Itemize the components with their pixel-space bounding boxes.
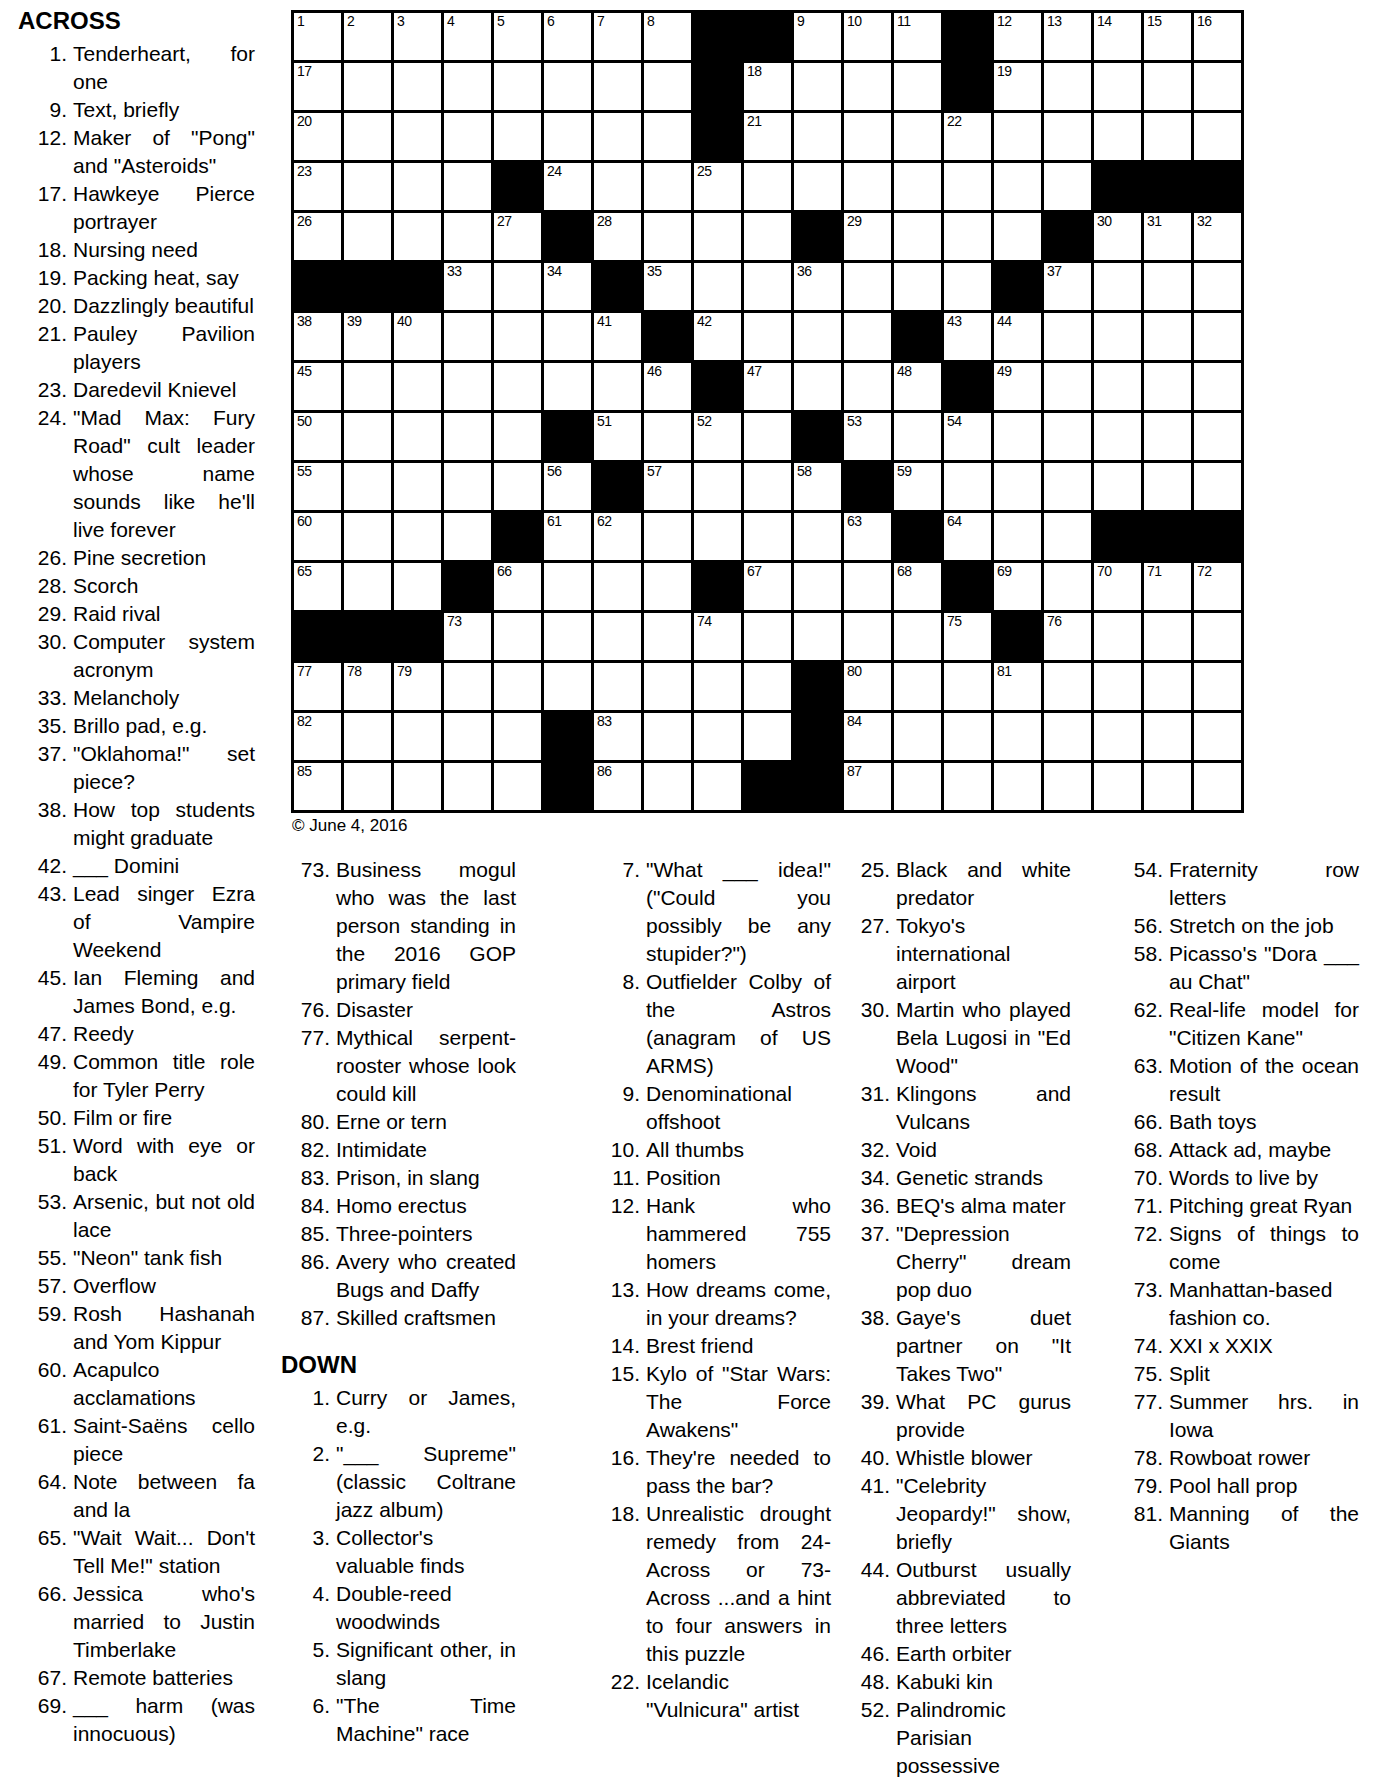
grid-cell[interactable] — [444, 363, 491, 410]
grid-cell[interactable] — [1094, 363, 1141, 410]
grid-cell[interactable] — [944, 663, 991, 710]
grid-cell[interactable] — [1144, 763, 1191, 810]
black-square — [994, 613, 1041, 660]
grid-cell[interactable]: 29 — [844, 213, 891, 260]
clue-number: 61. — [15, 1412, 73, 1440]
grid-cell[interactable] — [894, 213, 941, 260]
grid-cell[interactable] — [1044, 163, 1091, 210]
grid-cell[interactable] — [594, 113, 641, 160]
clue-down-72: 72.Signs of things to come — [1111, 1220, 1359, 1276]
grid-cell[interactable] — [494, 713, 541, 760]
grid-cell[interactable]: 37 — [1044, 263, 1091, 310]
grid-cell[interactable]: 41 — [594, 313, 641, 360]
grid-cell[interactable]: 27 — [494, 213, 541, 260]
grid-cell[interactable] — [494, 763, 541, 810]
grid-cell[interactable]: 67 — [744, 563, 791, 610]
grid-cell[interactable]: 87 — [844, 763, 891, 810]
grid-cell[interactable] — [1094, 463, 1141, 510]
grid-cell[interactable] — [444, 713, 491, 760]
grid-cell[interactable]: 64 — [944, 513, 991, 560]
grid-cell[interactable] — [344, 463, 391, 510]
grid-cell[interactable] — [1194, 313, 1241, 360]
grid-cell[interactable] — [544, 663, 591, 710]
clue-text: Saint-Saëns cello piece — [73, 1412, 255, 1468]
grid-cell[interactable]: 49 — [994, 363, 1041, 410]
grid-cell[interactable] — [344, 163, 391, 210]
grid-cell[interactable] — [1094, 763, 1141, 810]
clue-text: Scorch — [73, 572, 255, 600]
grid-cell[interactable] — [594, 663, 641, 710]
cell-number: 75 — [947, 613, 962, 629]
grid-cell[interactable]: 31 — [1144, 213, 1191, 260]
grid-cell[interactable] — [1044, 763, 1091, 810]
grid-cell[interactable] — [1144, 363, 1191, 410]
grid-cell[interactable] — [944, 213, 991, 260]
cell-number: 69 — [997, 563, 1012, 579]
grid-cell[interactable] — [544, 63, 591, 110]
grid-cell[interactable]: 14 — [1094, 13, 1141, 60]
grid-cell[interactable]: 35 — [644, 263, 691, 310]
grid-cell[interactable] — [394, 113, 441, 160]
grid-cell[interactable] — [994, 413, 1041, 460]
grid-cell[interactable] — [644, 563, 691, 610]
grid-cell[interactable] — [394, 63, 441, 110]
grid-cell[interactable] — [444, 163, 491, 210]
grid-cell[interactable] — [1094, 713, 1141, 760]
grid-cell[interactable] — [394, 513, 441, 560]
clue-number: 40. — [838, 1444, 896, 1472]
grid-cell[interactable] — [1044, 713, 1091, 760]
clue-down-40: 40.Whistle blower — [838, 1444, 1071, 1472]
clue-number: 67. — [15, 1664, 73, 1692]
clue-text: What PC gurus provide — [896, 1388, 1071, 1444]
grid-cell[interactable] — [1194, 613, 1241, 660]
grid-cell[interactable]: 79 — [394, 663, 441, 710]
grid-cell[interactable] — [444, 663, 491, 710]
grid-cell[interactable] — [744, 313, 791, 360]
grid-cell[interactable]: 39 — [344, 313, 391, 360]
grid-cell[interactable] — [394, 563, 441, 610]
grid-cell[interactable] — [494, 263, 541, 310]
grid-cell[interactable]: 2 — [344, 13, 391, 60]
grid-cell[interactable]: 69 — [994, 563, 1041, 610]
grid-cell[interactable] — [1194, 263, 1241, 310]
grid-cell[interactable] — [1144, 663, 1191, 710]
grid-cell[interactable] — [544, 113, 591, 160]
grid-cell[interactable] — [744, 663, 791, 710]
grid-cell[interactable]: 63 — [844, 513, 891, 560]
grid-cell[interactable] — [794, 563, 841, 610]
grid-cell[interactable]: 85 — [294, 763, 341, 810]
grid-cell[interactable] — [994, 713, 1041, 760]
grid-cell[interactable] — [544, 613, 591, 660]
grid-cell[interactable] — [794, 613, 841, 660]
grid-cell[interactable] — [1144, 713, 1191, 760]
grid-cell[interactable]: 44 — [994, 313, 1041, 360]
grid-cell[interactable] — [844, 63, 891, 110]
black-square — [944, 563, 991, 610]
grid-cell[interactable]: 8 — [644, 13, 691, 60]
grid-cell[interactable]: 16 — [1194, 13, 1241, 60]
cell-number: 9 — [797, 13, 804, 29]
grid-cell[interactable]: 77 — [294, 663, 341, 710]
clue-text: Common title role for Tyler Perry — [73, 1048, 255, 1104]
grid-cell[interactable] — [694, 213, 741, 260]
grid-cell[interactable] — [644, 63, 691, 110]
grid-cell[interactable]: 24 — [544, 163, 591, 210]
grid-cell[interactable] — [444, 413, 491, 460]
cell-number: 78 — [347, 663, 362, 679]
grid-cell[interactable] — [994, 763, 1041, 810]
grid-cell[interactable] — [1044, 363, 1091, 410]
grid-cell[interactable]: 6 — [544, 13, 591, 60]
grid-cell[interactable] — [1194, 363, 1241, 410]
grid-cell[interactable] — [644, 613, 691, 660]
grid-cell[interactable] — [1094, 263, 1141, 310]
grid-cell[interactable] — [444, 63, 491, 110]
grid-cell[interactable] — [644, 513, 691, 560]
grid-cell[interactable] — [1044, 113, 1091, 160]
grid-cell[interactable]: 48 — [894, 363, 941, 410]
grid-cell[interactable]: 47 — [744, 363, 791, 410]
grid-cell[interactable]: 17 — [294, 63, 341, 110]
clue-across-55: 55."Neon" tank fish — [15, 1244, 255, 1272]
grid-cell[interactable] — [694, 713, 741, 760]
clue-number: 13. — [588, 1276, 646, 1304]
black-square — [544, 213, 591, 260]
grid-cell[interactable]: 9 — [794, 13, 841, 60]
grid-cell[interactable] — [494, 463, 541, 510]
grid-cell[interactable] — [644, 163, 691, 210]
grid-cell[interactable]: 65 — [294, 563, 341, 610]
grid-cell[interactable]: 11 — [894, 13, 941, 60]
grid-cell[interactable]: 38 — [294, 313, 341, 360]
grid-cell[interactable] — [344, 513, 391, 560]
grid-cell[interactable] — [894, 263, 941, 310]
grid-cell[interactable]: 76 — [1044, 613, 1091, 660]
grid-cell[interactable] — [744, 463, 791, 510]
grid-cell[interactable] — [894, 113, 941, 160]
grid-cell[interactable]: 82 — [294, 713, 341, 760]
cell-number: 2 — [347, 13, 354, 29]
clue-text: Real-life model for "Citizen Kane" — [1169, 996, 1359, 1052]
grid-cell[interactable] — [344, 763, 391, 810]
grid-cell[interactable] — [1094, 613, 1141, 660]
grid-cell[interactable] — [944, 763, 991, 810]
grid-cell[interactable]: 36 — [794, 263, 841, 310]
grid-cell[interactable] — [994, 513, 1041, 560]
grid-cell[interactable]: 74 — [694, 613, 741, 660]
grid-cell[interactable]: 43 — [944, 313, 991, 360]
grid-cell[interactable] — [1144, 463, 1191, 510]
grid-cell[interactable]: 45 — [294, 363, 341, 410]
grid-cell[interactable] — [494, 63, 541, 110]
grid-cell[interactable] — [344, 113, 391, 160]
grid-cell[interactable] — [644, 713, 691, 760]
grid-cell[interactable] — [794, 363, 841, 410]
grid-cell[interactable] — [694, 263, 741, 310]
grid-cell[interactable]: 80 — [844, 663, 891, 710]
clue-number: 50. — [15, 1104, 73, 1132]
grid-cell[interactable]: 68 — [894, 563, 941, 610]
grid-cell[interactable] — [1194, 63, 1241, 110]
clue-across-45: 45.Ian Fleming and James Bond, e.g. — [15, 964, 255, 1020]
grid-cell[interactable] — [694, 663, 741, 710]
grid-cell[interactable]: 5 — [494, 13, 541, 60]
grid-cell[interactable] — [1144, 63, 1191, 110]
grid-cell[interactable] — [794, 163, 841, 210]
grid-cell[interactable] — [694, 513, 741, 560]
grid-cell[interactable] — [394, 363, 441, 410]
grid-cell[interactable]: 42 — [694, 313, 741, 360]
grid-cell[interactable] — [494, 313, 541, 360]
grid-cell[interactable]: 40 — [394, 313, 441, 360]
grid-cell[interactable]: 72 — [1194, 563, 1241, 610]
grid-cell[interactable]: 71 — [1144, 563, 1191, 610]
clue-down-1: 1.Curry or James, e.g. — [278, 1384, 516, 1440]
grid-cell[interactable] — [344, 63, 391, 110]
grid-cell[interactable] — [394, 763, 441, 810]
grid-cell[interactable] — [344, 413, 391, 460]
grid-cell[interactable] — [844, 613, 891, 660]
grid-cell[interactable] — [744, 413, 791, 460]
grid-cell[interactable]: 70 — [1094, 563, 1141, 610]
grid-cell[interactable]: 75 — [944, 613, 991, 660]
grid-cell[interactable]: 61 — [544, 513, 591, 560]
grid-cell[interactable] — [744, 263, 791, 310]
grid-cell[interactable] — [594, 563, 641, 610]
grid-cell[interactable] — [444, 213, 491, 260]
grid-cell[interactable]: 33 — [444, 263, 491, 310]
grid-cell[interactable]: 26 — [294, 213, 341, 260]
grid-cell[interactable] — [1194, 663, 1241, 710]
grid-cell[interactable] — [1094, 313, 1141, 360]
grid-cell[interactable] — [994, 463, 1041, 510]
grid-cell[interactable] — [1194, 113, 1241, 160]
cell-number: 72 — [1197, 563, 1212, 579]
grid-cell[interactable] — [544, 313, 591, 360]
grid-cell[interactable] — [544, 563, 591, 610]
grid-cell[interactable] — [944, 463, 991, 510]
grid-cell[interactable]: 84 — [844, 713, 891, 760]
grid-cell[interactable] — [594, 613, 641, 660]
grid-cell[interactable]: 51 — [594, 413, 641, 460]
grid-cell[interactable] — [344, 363, 391, 410]
grid-cell[interactable] — [1044, 413, 1091, 460]
grid-cell[interactable]: 7 — [594, 13, 641, 60]
grid-cell[interactable] — [344, 213, 391, 260]
grid-cell[interactable] — [394, 163, 441, 210]
grid-cell[interactable] — [1044, 313, 1091, 360]
grid-cell[interactable] — [444, 513, 491, 560]
grid-cell[interactable] — [644, 413, 691, 460]
grid-cell[interactable]: 50 — [294, 413, 341, 460]
grid-cell[interactable] — [1194, 713, 1241, 760]
grid-cell[interactable] — [644, 113, 691, 160]
grid-cell[interactable] — [444, 313, 491, 360]
grid-cell[interactable] — [894, 63, 941, 110]
grid-cell[interactable] — [394, 713, 441, 760]
grid-cell[interactable]: 78 — [344, 663, 391, 710]
grid-cell[interactable] — [394, 463, 441, 510]
grid-cell[interactable] — [1094, 413, 1141, 460]
grid-cell[interactable]: 1 — [294, 13, 341, 60]
grid-cell[interactable]: 21 — [744, 113, 791, 160]
grid-cell[interactable] — [894, 663, 941, 710]
grid-cell[interactable]: 56 — [544, 463, 591, 510]
grid-cell[interactable] — [1194, 413, 1241, 460]
grid-cell[interactable] — [1144, 313, 1191, 360]
grid-cell[interactable] — [1144, 263, 1191, 310]
grid-cell[interactable] — [1044, 463, 1091, 510]
grid-cell[interactable]: 53 — [844, 413, 891, 460]
grid-cell[interactable]: 30 — [1094, 213, 1141, 260]
grid-cell[interactable] — [894, 413, 941, 460]
grid-cell[interactable]: 52 — [694, 413, 741, 460]
grid-cell[interactable] — [644, 763, 691, 810]
grid-cell[interactable] — [494, 363, 541, 410]
cell-number: 71 — [1147, 563, 1162, 579]
grid-cell[interactable]: 32 — [1194, 213, 1241, 260]
grid-cell[interactable] — [394, 413, 441, 460]
clue-across-85: 85.Three-pointers — [278, 1220, 516, 1248]
grid-cell[interactable] — [844, 313, 891, 360]
grid-cell[interactable]: 20 — [294, 113, 341, 160]
grid-cell[interactable] — [794, 113, 841, 160]
grid-cell[interactable]: 57 — [644, 463, 691, 510]
clue-text: "The Time Machine" race — [336, 1692, 516, 1748]
grid-cell[interactable]: 58 — [794, 463, 841, 510]
grid-cell[interactable] — [1094, 113, 1141, 160]
black-square — [1094, 513, 1141, 560]
grid-cell[interactable]: 86 — [594, 763, 641, 810]
grid-cell[interactable]: 18 — [744, 63, 791, 110]
grid-cell[interactable] — [494, 113, 541, 160]
grid-cell[interactable]: 13 — [1044, 13, 1091, 60]
grid-cell[interactable]: 60 — [294, 513, 341, 560]
grid-cell[interactable] — [394, 213, 441, 260]
grid-cell[interactable]: 25 — [694, 163, 741, 210]
grid-cell[interactable] — [594, 363, 641, 410]
grid-cell[interactable] — [994, 213, 1041, 260]
grid-cell[interactable] — [444, 113, 491, 160]
grid-cell[interactable]: 12 — [994, 13, 1041, 60]
clue-number: 69. — [15, 1692, 73, 1720]
grid-cell[interactable]: 3 — [394, 13, 441, 60]
clue-down-39: 39.What PC gurus provide — [838, 1388, 1071, 1444]
grid-cell[interactable]: 73 — [444, 613, 491, 660]
grid-cell[interactable]: 55 — [294, 463, 341, 510]
grid-cell[interactable] — [494, 663, 541, 710]
grid-cell[interactable] — [894, 163, 941, 210]
clue-down-71: 71.Pitching great Ryan — [1111, 1192, 1359, 1220]
grid-cell[interactable] — [944, 713, 991, 760]
grid-cell[interactable]: 19 — [994, 63, 1041, 110]
grid-cell[interactable] — [694, 463, 741, 510]
cell-number: 27 — [497, 213, 512, 229]
grid-cell[interactable] — [444, 463, 491, 510]
grid-cell[interactable] — [1194, 463, 1241, 510]
grid-cell[interactable] — [944, 163, 991, 210]
grid-cell[interactable] — [594, 63, 641, 110]
grid-cell[interactable] — [994, 163, 1041, 210]
grid-cell[interactable]: 15 — [1144, 13, 1191, 60]
grid-cell[interactable] — [744, 513, 791, 560]
grid-cell[interactable]: 10 — [844, 13, 891, 60]
cell-number: 41 — [597, 313, 612, 329]
grid-cell[interactable]: 54 — [944, 413, 991, 460]
clue-number: 65. — [15, 1524, 73, 1552]
cell-number: 39 — [347, 313, 362, 329]
grid-cell[interactable] — [744, 213, 791, 260]
grid-cell[interactable] — [744, 163, 791, 210]
grid-cell[interactable] — [1044, 513, 1091, 560]
grid-cell[interactable] — [1144, 413, 1191, 460]
grid-cell[interactable] — [344, 713, 391, 760]
grid-cell[interactable] — [894, 613, 941, 660]
grid-cell[interactable] — [894, 713, 941, 760]
grid-cell[interactable] — [744, 613, 791, 660]
grid-cell[interactable] — [1094, 63, 1141, 110]
grid-cell[interactable] — [1044, 663, 1091, 710]
grid-cell[interactable]: 23 — [294, 163, 341, 210]
grid-cell[interactable] — [794, 63, 841, 110]
grid-cell[interactable] — [1144, 613, 1191, 660]
grid-cell[interactable] — [444, 763, 491, 810]
grid-cell[interactable] — [844, 563, 891, 610]
grid-cell[interactable]: 59 — [894, 463, 941, 510]
grid-cell[interactable] — [844, 363, 891, 410]
cell-number: 64 — [947, 513, 962, 529]
grid-cell[interactable]: 66 — [494, 563, 541, 610]
grid-cell[interactable]: 28 — [594, 213, 641, 260]
grid-cell[interactable] — [344, 563, 391, 610]
grid-cell[interactable] — [844, 263, 891, 310]
grid-cell[interactable] — [1044, 63, 1091, 110]
grid-cell[interactable]: 46 — [644, 363, 691, 410]
grid-cell[interactable]: 81 — [994, 663, 1041, 710]
grid-cell[interactable] — [794, 313, 841, 360]
clue-text: Rosh Hashanah and Yom Kippur — [73, 1300, 255, 1356]
grid-cell[interactable] — [594, 163, 641, 210]
grid-cell[interactable] — [494, 413, 541, 460]
grid-cell[interactable] — [794, 513, 841, 560]
cell-number: 22 — [947, 113, 962, 129]
grid-cell[interactable] — [1144, 113, 1191, 160]
grid-cell[interactable]: 62 — [594, 513, 641, 560]
grid-cell[interactable]: 34 — [544, 263, 591, 310]
grid-cell[interactable] — [1094, 663, 1141, 710]
grid-cell[interactable] — [644, 213, 691, 260]
clue-text: "Mad Max: Fury Road" cult leader whose n… — [73, 404, 255, 544]
grid-cell[interactable] — [844, 113, 891, 160]
grid-cell[interactable] — [544, 363, 591, 410]
grid-cell[interactable] — [694, 763, 741, 810]
grid-cell[interactable] — [944, 263, 991, 310]
grid-cell[interactable] — [994, 113, 1041, 160]
grid-cell[interactable] — [1194, 763, 1241, 810]
grid-cell[interactable] — [494, 613, 541, 660]
grid-cell[interactable] — [744, 713, 791, 760]
clue-across-19: 19.Packing heat, say — [15, 264, 255, 292]
grid-cell[interactable]: 4 — [444, 13, 491, 60]
grid-cell[interactable] — [894, 763, 941, 810]
grid-cell[interactable]: 22 — [944, 113, 991, 160]
grid-cell[interactable]: 83 — [594, 713, 641, 760]
grid-cell[interactable] — [1044, 563, 1091, 610]
grid-cell[interactable] — [644, 663, 691, 710]
grid-cell[interactable] — [844, 163, 891, 210]
